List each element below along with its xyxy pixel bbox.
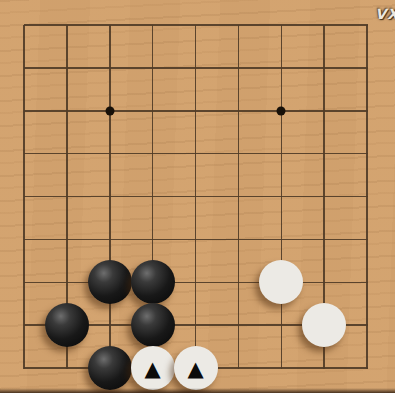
go-game-screenshot: ▲▲ VX: [0, 0, 395, 393]
white-stone[interactable]: [259, 260, 303, 304]
grid-line-horizontal: [24, 239, 368, 241]
white-stone[interactable]: ▲: [131, 346, 175, 390]
white-stone[interactable]: ▲: [174, 346, 218, 390]
triangle-mark-icon: ▲: [145, 357, 161, 380]
white-stone[interactable]: [302, 303, 346, 347]
black-stone[interactable]: [131, 303, 175, 347]
grid-line-vertical: [366, 25, 368, 369]
black-stone[interactable]: [45, 303, 89, 347]
go-board[interactable]: ▲▲: [24, 25, 367, 368]
grid-line-vertical: [238, 25, 240, 369]
bottom-edge-shadow: [0, 388, 395, 393]
watermark-text: VX: [375, 6, 395, 22]
star-point: [105, 106, 114, 115]
black-stone[interactable]: [88, 260, 132, 304]
black-stone[interactable]: [88, 346, 132, 390]
grid-line-vertical: [195, 25, 197, 369]
grid-line-vertical: [281, 25, 283, 369]
grid-line-horizontal: [24, 282, 368, 284]
star-point: [277, 106, 286, 115]
triangle-mark-icon: ▲: [187, 357, 203, 380]
black-stone[interactable]: [131, 260, 175, 304]
